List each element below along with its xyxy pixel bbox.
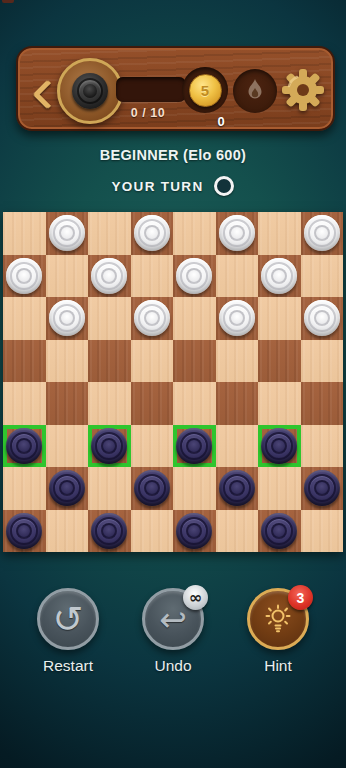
piece-white[interactable] <box>261 258 297 294</box>
square-c5[interactable] <box>88 340 131 383</box>
square-b8[interactable] <box>46 212 89 255</box>
square-g5[interactable] <box>258 340 301 383</box>
undo-icon: ↩ <box>159 603 187 636</box>
square-d7[interactable] <box>131 255 174 298</box>
square-f3[interactable] <box>216 425 259 468</box>
square-f5[interactable] <box>216 340 259 383</box>
piece-white[interactable] <box>134 300 170 336</box>
square-f8[interactable] <box>216 212 259 255</box>
piece-dark[interactable] <box>176 513 212 549</box>
square-d1[interactable] <box>131 510 174 553</box>
square-h5[interactable] <box>301 340 344 383</box>
square-g1[interactable] <box>258 510 301 553</box>
square-h1[interactable] <box>301 510 344 553</box>
square-f1[interactable] <box>216 510 259 553</box>
undo-button[interactable]: ↩ ∞ Undo <box>128 588 218 675</box>
piece-dark[interactable] <box>91 428 127 464</box>
undo-label: Undo <box>154 657 191 675</box>
piece-white[interactable] <box>304 300 340 336</box>
piece-dark[interactable] <box>176 428 212 464</box>
undo-circle[interactable]: ↩ ∞ <box>142 588 204 650</box>
piece-dark[interactable] <box>261 428 297 464</box>
square-c1[interactable] <box>88 510 131 553</box>
piece-white[interactable] <box>49 215 85 251</box>
square-h8[interactable] <box>301 212 344 255</box>
square-f7[interactable] <box>216 255 259 298</box>
black-piece-icon <box>72 73 108 109</box>
square-a1[interactable] <box>3 510 46 553</box>
square-a2[interactable] <box>3 467 46 510</box>
undo-infinity-badge: ∞ <box>183 585 208 610</box>
coin-count: 0 <box>201 114 241 129</box>
square-f6[interactable] <box>216 297 259 340</box>
hint-label: Hint <box>264 657 292 675</box>
square-c4[interactable] <box>88 382 131 425</box>
square-d3[interactable] <box>131 425 174 468</box>
hint-circle[interactable]: 3 <box>247 588 309 650</box>
square-h2[interactable] <box>301 467 344 510</box>
hint-button[interactable]: 3 Hint <box>233 588 323 675</box>
progress-label: 0 / 10 <box>106 106 190 120</box>
gear-icon <box>281 68 325 112</box>
square-c3[interactable] <box>88 425 131 468</box>
piece-dark[interactable] <box>49 470 85 506</box>
square-b3[interactable] <box>46 425 89 468</box>
square-c7[interactable] <box>88 255 131 298</box>
coin-slot[interactable]: 5 <box>182 67 228 113</box>
square-e8[interactable] <box>173 212 216 255</box>
square-e3[interactable] <box>173 425 216 468</box>
square-b1[interactable] <box>46 510 89 553</box>
square-a6[interactable] <box>3 297 46 340</box>
piece-white[interactable] <box>6 258 42 294</box>
piece-dark[interactable] <box>304 470 340 506</box>
piece-white[interactable] <box>134 215 170 251</box>
square-g2[interactable] <box>258 467 301 510</box>
square-h3[interactable] <box>301 425 344 468</box>
square-h6[interactable] <box>301 297 344 340</box>
square-f2[interactable] <box>216 467 259 510</box>
piece-dark[interactable] <box>91 513 127 549</box>
square-h7[interactable] <box>301 255 344 298</box>
square-e6[interactable] <box>173 297 216 340</box>
piece-dark[interactable] <box>6 428 42 464</box>
square-b5[interactable] <box>46 340 89 383</box>
square-g6[interactable] <box>258 297 301 340</box>
piece-white[interactable] <box>219 215 255 251</box>
square-d5[interactable] <box>131 340 174 383</box>
piece-dark[interactable] <box>261 513 297 549</box>
progress-bar <box>116 77 186 102</box>
square-e7[interactable] <box>173 255 216 298</box>
square-d8[interactable] <box>131 212 174 255</box>
piece-dark[interactable] <box>134 470 170 506</box>
board <box>3 212 343 552</box>
square-b2[interactable] <box>46 467 89 510</box>
restart-circle[interactable]: ↺ <box>37 588 99 650</box>
square-c8[interactable] <box>88 212 131 255</box>
settings-button[interactable] <box>280 67 326 113</box>
square-a8[interactable] <box>3 212 46 255</box>
square-a3[interactable] <box>3 425 46 468</box>
square-e5[interactable] <box>173 340 216 383</box>
screen-corner-artifact <box>2 0 14 3</box>
piece-white[interactable] <box>219 300 255 336</box>
square-h4[interactable] <box>301 382 344 425</box>
turn-label: YOUR TURN <box>112 179 204 194</box>
square-b4[interactable] <box>46 382 89 425</box>
turn-indicator: YOUR TURN <box>0 176 346 196</box>
streak-button[interactable] <box>233 69 277 113</box>
difficulty-label: BEGINNER (Elo 600) <box>0 147 346 163</box>
square-e1[interactable] <box>173 510 216 553</box>
coin-icon: 5 <box>189 74 222 107</box>
square-d4[interactable] <box>131 382 174 425</box>
square-e2[interactable] <box>173 467 216 510</box>
square-a5[interactable] <box>3 340 46 383</box>
piece-white[interactable] <box>91 258 127 294</box>
square-c6[interactable] <box>88 297 131 340</box>
square-g8[interactable] <box>258 212 301 255</box>
restart-button[interactable]: ↺ Restart <box>23 588 113 675</box>
checkers-app-screen: 0 / 10 5 0 <box>0 0 346 768</box>
square-a4[interactable] <box>3 382 46 425</box>
square-e4[interactable] <box>173 382 216 425</box>
piece-white[interactable] <box>49 300 85 336</box>
square-a7[interactable] <box>3 255 46 298</box>
square-g4[interactable] <box>258 382 301 425</box>
restart-icon: ↺ <box>52 601 83 638</box>
flame-icon <box>244 78 266 104</box>
piece-white[interactable] <box>304 215 340 251</box>
square-f4[interactable] <box>216 382 259 425</box>
square-d6[interactable] <box>131 297 174 340</box>
restart-label: Restart <box>43 657 93 675</box>
square-g3[interactable] <box>258 425 301 468</box>
top-bar: 0 / 10 5 0 <box>16 46 335 131</box>
turn-disc-icon <box>214 176 234 196</box>
square-b6[interactable] <box>46 297 89 340</box>
piece-dark[interactable] <box>219 470 255 506</box>
piece-white[interactable] <box>176 258 212 294</box>
action-bar: ↺ Restart ↩ ∞ Undo <box>0 588 346 678</box>
piece-dark[interactable] <box>6 513 42 549</box>
square-b7[interactable] <box>46 255 89 298</box>
square-g7[interactable] <box>258 255 301 298</box>
hint-count-badge: 3 <box>288 585 313 610</box>
square-c2[interactable] <box>88 467 131 510</box>
lightbulb-icon <box>262 603 294 635</box>
square-d2[interactable] <box>131 467 174 510</box>
